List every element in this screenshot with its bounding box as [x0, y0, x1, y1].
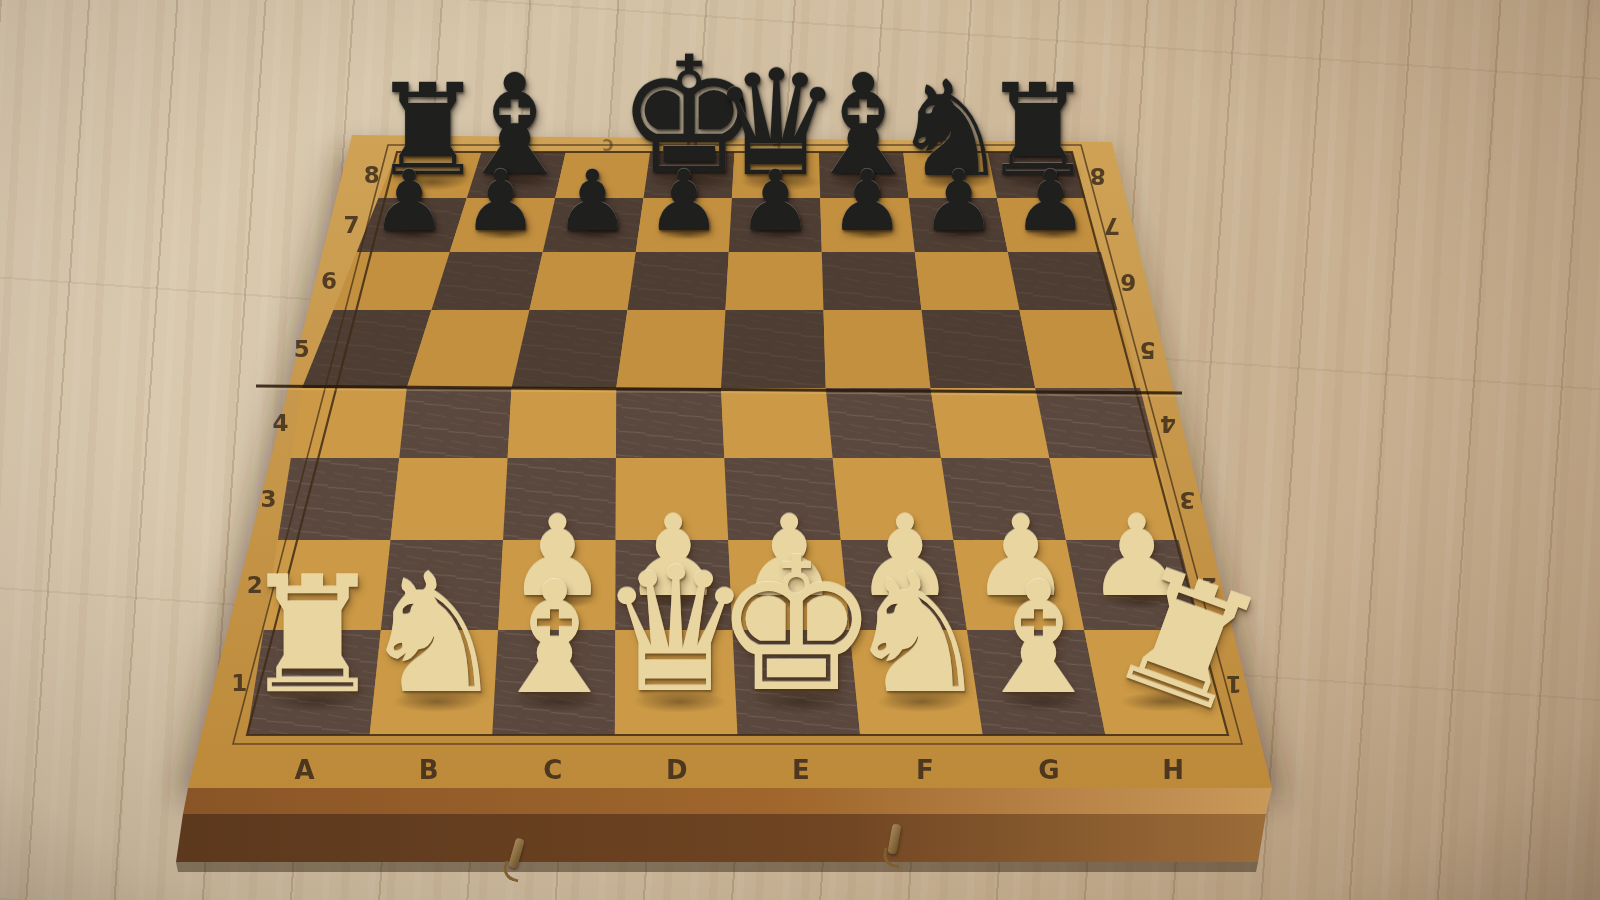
- file-label-bottom-C: C: [543, 755, 562, 785]
- rank-label-left-6: 6: [321, 268, 337, 294]
- file-label-top-0: A: [433, 135, 445, 153]
- rank-label-left-2: 2: [247, 572, 263, 598]
- square-d1[interactable]: [615, 630, 738, 735]
- file-label-top-4: E: [772, 135, 782, 153]
- square-f7[interactable]: [820, 198, 915, 252]
- file-label-top-2: C: [602, 135, 613, 153]
- rank-label-right-8: 8: [1090, 163, 1106, 189]
- rank-label-right-4: 4: [1160, 411, 1176, 437]
- rank-label-left-8: 8: [364, 162, 380, 188]
- board-front-edge: [183, 788, 1272, 814]
- chess-board: ABCDEFGH1234567812345678ABCDEFGH: [0, 0, 1600, 900]
- square-d5[interactable]: [616, 310, 725, 388]
- file-label-bottom-A: A: [295, 755, 315, 785]
- file-label-bottom-H: H: [1162, 755, 1184, 785]
- file-label-top-3: D: [686, 135, 698, 153]
- square-f1[interactable]: [850, 630, 983, 735]
- square-a4[interactable]: [291, 388, 407, 458]
- square-f5[interactable]: [823, 310, 930, 388]
- rank-label-right-6: 6: [1120, 269, 1136, 295]
- square-g4[interactable]: [931, 388, 1050, 458]
- square-c8[interactable]: [555, 152, 650, 198]
- square-g2[interactable]: [953, 540, 1084, 630]
- floor-contact-shadow: [176, 862, 1258, 872]
- rank-label-left-3: 3: [260, 486, 276, 512]
- square-b1[interactable]: [370, 630, 498, 735]
- square-f3[interactable]: [833, 458, 954, 540]
- square-d7[interactable]: [636, 198, 732, 252]
- rank-label-left-4: 4: [272, 410, 288, 436]
- square-e4[interactable]: [721, 388, 833, 458]
- square-e6[interactable]: [725, 252, 823, 310]
- rank-label-right-1: 1: [1226, 671, 1242, 697]
- file-label-top-6: G: [939, 135, 951, 153]
- square-e2[interactable]: [728, 540, 849, 630]
- square-h3[interactable]: [1049, 458, 1178, 540]
- rank-label-right-7: 7: [1104, 213, 1120, 239]
- square-b3[interactable]: [390, 458, 507, 540]
- rank-label-right-2: 2: [1201, 573, 1217, 599]
- square-g8[interactable]: [903, 152, 997, 198]
- file-label-bottom-D: D: [666, 755, 688, 785]
- file-label-top-1: B: [518, 135, 529, 153]
- square-e8[interactable]: [732, 152, 820, 198]
- square-g6[interactable]: [915, 252, 1020, 310]
- file-label-bottom-B: B: [419, 755, 439, 785]
- square-c2[interactable]: [498, 540, 616, 630]
- rank-label-right-5: 5: [1140, 337, 1156, 363]
- square-d3[interactable]: [616, 458, 729, 540]
- square-h7[interactable]: [997, 198, 1101, 252]
- square-b7[interactable]: [450, 198, 555, 252]
- file-label-bottom-F: F: [916, 755, 934, 785]
- file-label-bottom-G: G: [1038, 755, 1059, 785]
- file-label-top-7: H: [1024, 135, 1037, 153]
- box-front-band: [176, 814, 1266, 862]
- rank-label-right-3: 3: [1179, 487, 1195, 513]
- square-c6[interactable]: [529, 252, 635, 310]
- photo-scene: ABCDEFGH1234567812345678ABCDEFGH ♜♝♚♛♝♞♜…: [0, 0, 1600, 900]
- rank-label-left-1: 1: [231, 670, 247, 696]
- rank-label-left-7: 7: [344, 212, 360, 238]
- square-c4[interactable]: [508, 388, 617, 458]
- file-label-bottom-E: E: [792, 755, 810, 785]
- file-label-top-5: F: [856, 135, 866, 153]
- rank-label-left-5: 5: [294, 336, 310, 362]
